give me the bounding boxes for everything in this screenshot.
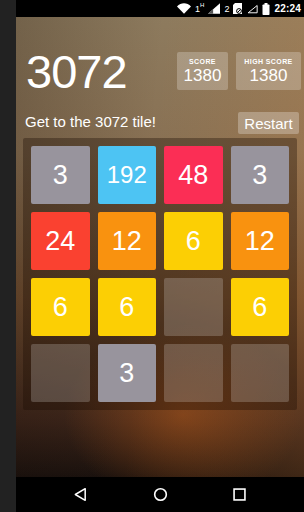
- tile-24: 24: [31, 212, 90, 270]
- empty-cell: [31, 344, 90, 402]
- score-box: SCORE 1380: [177, 52, 228, 90]
- empty-cell: [164, 344, 223, 402]
- home-button[interactable]: [153, 487, 168, 502]
- tile-3: 3: [231, 146, 290, 204]
- app-screen: 1H 2 22:24 3072 SCORE 1380 HIGH SCORE 13…: [16, 0, 304, 512]
- back-button[interactable]: [73, 487, 88, 502]
- goal-text: Get to the 3072 tile!: [25, 113, 156, 130]
- board[interactable]: 319248324126126663: [23, 138, 297, 410]
- tile-3: 3: [98, 344, 157, 402]
- empty-cell: [231, 344, 290, 402]
- android-nav-bar: [16, 477, 304, 512]
- high-score-value: 1380: [250, 66, 288, 86]
- signal-icon-sim1: [208, 3, 220, 14]
- signal-empty-icon: [246, 3, 258, 14]
- tile-192: 192: [98, 146, 157, 204]
- empty-cell: [164, 278, 223, 336]
- tile-6: 6: [98, 278, 157, 336]
- tile-48: 48: [164, 146, 223, 204]
- sim2-indicator: 2: [224, 4, 229, 14]
- battery-icon: [262, 3, 270, 15]
- status-bar: 1H 2 22:24: [16, 0, 304, 17]
- sim-disabled-icon: [233, 3, 242, 14]
- score-label: SCORE: [189, 58, 216, 65]
- tile-6: 6: [31, 278, 90, 336]
- tile-6: 6: [231, 278, 290, 336]
- clock: 22:24: [274, 3, 301, 14]
- tile-12: 12: [231, 212, 290, 270]
- recents-button[interactable]: [232, 487, 247, 502]
- high-score-label: HIGH SCORE: [244, 58, 292, 65]
- sim1-indicator: 1H: [195, 4, 204, 14]
- page-title: 3072: [26, 48, 127, 95]
- high-score-box: HIGH SCORE 1380: [236, 52, 301, 90]
- tile-12: 12: [98, 212, 157, 270]
- tile-6: 6: [164, 212, 223, 270]
- score-value: 1380: [184, 66, 222, 86]
- restart-button[interactable]: Restart: [238, 112, 299, 134]
- wifi-icon: [177, 3, 191, 14]
- tile-3: 3: [31, 146, 90, 204]
